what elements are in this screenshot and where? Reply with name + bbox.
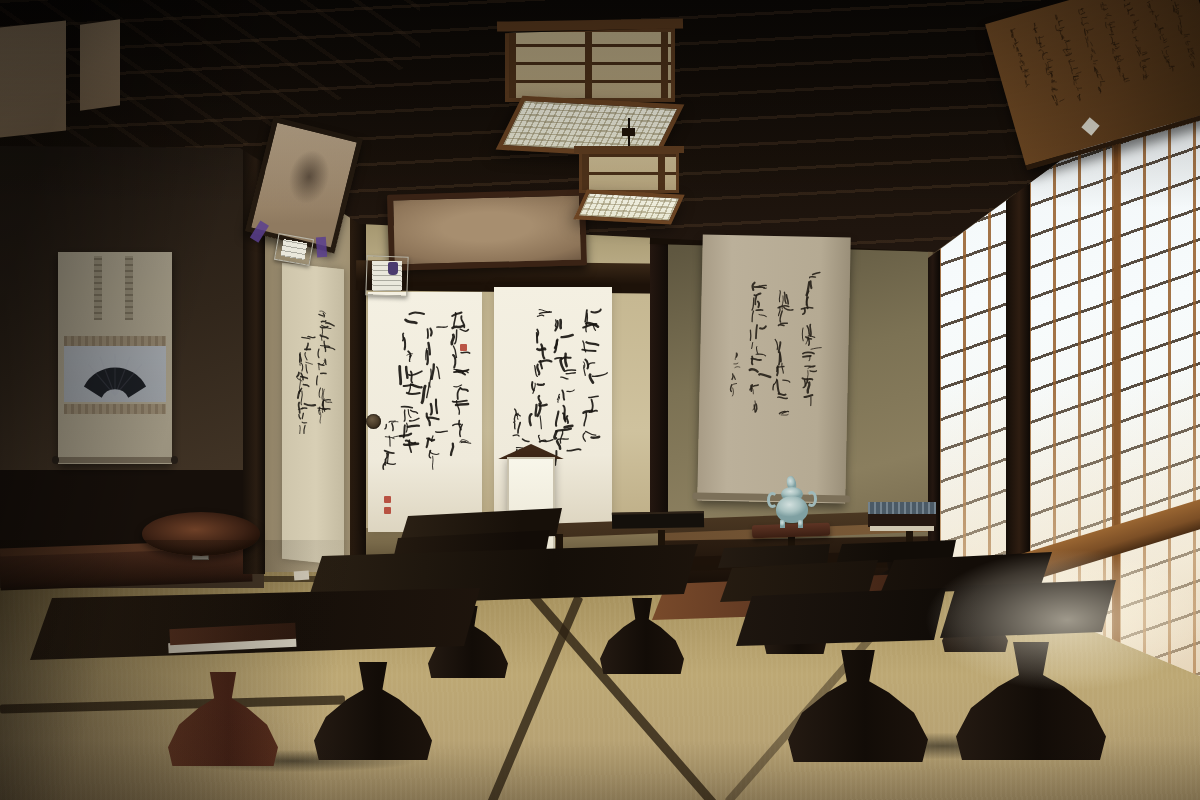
portrait-figure (268, 136, 345, 239)
scroll-futai-strip (125, 256, 133, 320)
fusuma-pull (366, 414, 381, 429)
panel-left-text (372, 298, 478, 526)
lantern-body (579, 151, 679, 193)
door-calligraphy-sheet (282, 263, 344, 566)
fan-painting (78, 348, 152, 400)
burner-handle (767, 492, 778, 508)
kanji-name-plaque (387, 189, 587, 270)
ceiling-lantern-small (572, 118, 688, 228)
fan-hanging-scroll (58, 252, 172, 464)
burner-handle (806, 491, 817, 507)
roller-knob (52, 456, 59, 464)
scroll-brocade-band (64, 336, 166, 346)
tatami-classroom-photo: Interior of a traditional Japanese tatam… (0, 0, 1200, 800)
scroll-brocade-band (64, 404, 166, 414)
calligraphy-hanging-scroll (697, 234, 851, 503)
sunlight-pool (905, 548, 1200, 708)
cord-mount (622, 128, 635, 136)
scroll-roller (54, 457, 176, 463)
burner-leg (798, 520, 803, 528)
fan-painting-panel (64, 346, 166, 402)
purple-ribbon (316, 237, 327, 258)
desk-leg (600, 598, 684, 674)
lantern-diffuser (573, 189, 684, 224)
scroll-futai-strip (94, 256, 102, 320)
artist-seal (384, 507, 391, 514)
purple-tassel (388, 262, 398, 275)
box-paper (870, 526, 934, 531)
plaque-text (397, 198, 577, 261)
artist-seal (460, 344, 467, 351)
floor-shadow (0, 540, 470, 800)
scroll-calligraphy-text (716, 263, 832, 475)
scroll-paper (714, 259, 835, 479)
upper-wall-patch (0, 21, 66, 138)
caption-card (365, 255, 408, 296)
patterned-box (868, 502, 936, 532)
upper-wall-patch (80, 19, 120, 111)
calligraphy-panel-left (368, 292, 482, 532)
artist-seal (384, 496, 391, 503)
door-calligraphy-text (284, 269, 342, 557)
lantern-body (505, 28, 675, 102)
celadon-incense-burner (766, 474, 818, 530)
burner-body (776, 496, 808, 523)
roller-knob (171, 456, 178, 464)
burner-leg (780, 520, 785, 528)
ink-box (612, 511, 704, 529)
